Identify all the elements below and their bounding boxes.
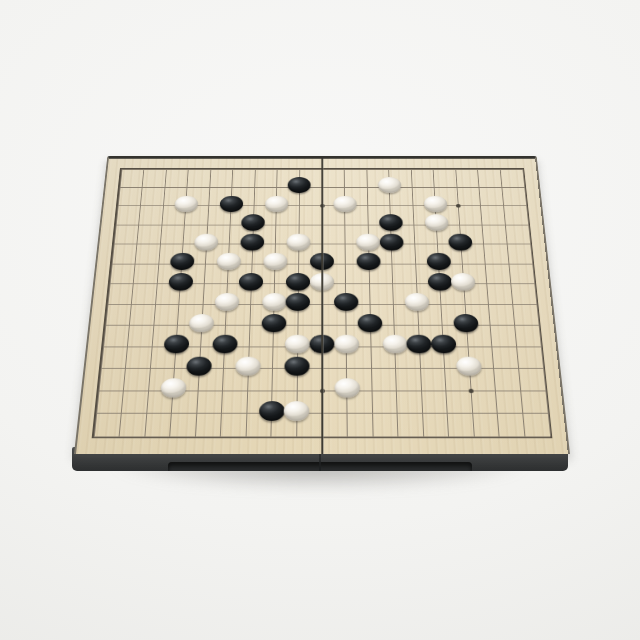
stone-black (379, 215, 403, 231)
stone-black (431, 335, 457, 354)
stone-black (358, 314, 383, 332)
stone-black (212, 335, 238, 354)
stone-white (265, 196, 288, 212)
stone-white (334, 335, 359, 354)
stone-black (286, 273, 310, 290)
star-point (468, 388, 473, 392)
stone-white (378, 177, 401, 193)
grid-vline (522, 169, 551, 436)
grid-vline (388, 169, 398, 436)
stone-black (427, 273, 452, 290)
stone-white (456, 356, 482, 375)
grid-vline (93, 169, 122, 436)
stone-white (216, 253, 241, 270)
grid-vline (500, 169, 526, 436)
stone-black (406, 335, 432, 354)
stone-black (259, 401, 285, 421)
stone-black (448, 234, 473, 251)
stone-black (334, 293, 358, 311)
stone-white (285, 335, 310, 354)
stone-white (214, 293, 239, 311)
stone-white (236, 356, 262, 375)
stone-white (334, 378, 359, 397)
grid-vline (455, 169, 474, 436)
stone-black (163, 335, 189, 354)
stone-white (287, 234, 311, 251)
stone-black (285, 356, 310, 375)
stone-white (424, 215, 448, 231)
stone-black (288, 177, 311, 193)
go-board (74, 156, 570, 454)
stone-white (189, 314, 215, 332)
stone-white (284, 401, 310, 421)
stone-white (262, 293, 287, 311)
stone-black (426, 253, 451, 270)
stone-white (382, 335, 407, 354)
stone-white (263, 253, 287, 270)
stone-white (356, 234, 380, 251)
stone-black (169, 253, 194, 270)
stone-white (405, 293, 430, 311)
star-point (456, 204, 461, 208)
stone-white (423, 196, 447, 212)
stone-black (241, 234, 265, 251)
stone-black (379, 234, 403, 251)
photo-background (0, 0, 640, 640)
fold-hinge-line (321, 159, 324, 454)
stone-white (174, 196, 198, 212)
stone-black (239, 273, 264, 290)
stone-black (168, 273, 193, 290)
stone-white (333, 196, 356, 212)
stone-black (453, 314, 479, 332)
stone-black (219, 196, 243, 212)
grid-vline (477, 169, 500, 436)
stone-white (160, 378, 187, 397)
grid-vline (119, 169, 145, 436)
stone-white (194, 234, 218, 251)
stone-black (286, 293, 310, 311)
stone-black (357, 253, 381, 270)
grid-vline (144, 169, 167, 436)
stone-white (451, 273, 476, 290)
grid-vline (366, 169, 373, 436)
stone-black (261, 314, 286, 332)
grid-vline (245, 169, 255, 436)
grid-vline (195, 169, 211, 436)
stone-black (241, 215, 265, 231)
stone-black (186, 356, 212, 375)
